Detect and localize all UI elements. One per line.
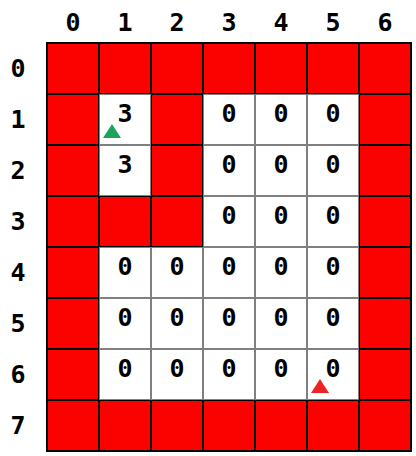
cell-value: 0: [325, 206, 340, 225]
gridworld-stage: { "game": "gridworld", "description": "7…: [0, 0, 416, 456]
column-label-0: 0: [47, 8, 99, 38]
cell-r3c5[interactable]: 0: [307, 196, 359, 247]
cell-value: 0: [169, 359, 184, 378]
cell-r7c5[interactable]: [307, 400, 359, 451]
cell-r2c0[interactable]: [47, 145, 99, 196]
cell-r7c1[interactable]: [99, 400, 151, 451]
cell-r5c0[interactable]: [47, 298, 99, 349]
cell-r5c3[interactable]: 0: [203, 298, 255, 349]
cell-r5c1[interactable]: 0: [99, 298, 151, 349]
cell-r3c3[interactable]: 0: [203, 196, 255, 247]
cell-r1c4[interactable]: 0: [255, 94, 307, 145]
green-triangle-icon: [103, 124, 121, 138]
cell-r4c1[interactable]: 0: [99, 247, 151, 298]
cell-r1c2[interactable]: [151, 94, 203, 145]
cell-r7c0[interactable]: [47, 400, 99, 451]
cell-r6c1[interactable]: 0: [99, 349, 151, 400]
cell-r1c6[interactable]: [359, 94, 411, 145]
cell-r1c1[interactable]: 3: [99, 94, 151, 145]
cell-value: 0: [221, 155, 236, 174]
row-label-3: 3: [0, 196, 36, 247]
cell-value: 0: [221, 257, 236, 276]
cell-r1c3[interactable]: 0: [203, 94, 255, 145]
cell-value: 0: [325, 155, 340, 174]
cell-r2c6[interactable]: [359, 145, 411, 196]
cell-value: 3: [117, 104, 132, 123]
cell-value: 0: [169, 257, 184, 276]
cell-r4c3[interactable]: 0: [203, 247, 255, 298]
cell-r1c5[interactable]: 0: [307, 94, 359, 145]
cell-value: 0: [273, 308, 288, 327]
cell-r3c6[interactable]: [359, 196, 411, 247]
cell-r7c2[interactable]: [151, 400, 203, 451]
cell-r2c3[interactable]: 0: [203, 145, 255, 196]
cell-r4c6[interactable]: [359, 247, 411, 298]
cell-r0c6[interactable]: [359, 43, 411, 94]
cell-r3c4[interactable]: 0: [255, 196, 307, 247]
column-label-5: 5: [307, 8, 359, 38]
column-label-3: 3: [203, 8, 255, 38]
row-label-2: 2: [0, 145, 36, 196]
cell-r6c0[interactable]: [47, 349, 99, 400]
cell-r6c2[interactable]: 0: [151, 349, 203, 400]
cell-value: 0: [325, 308, 340, 327]
cell-r4c4[interactable]: 0: [255, 247, 307, 298]
row-label-6: 6: [0, 349, 36, 400]
cell-r6c4[interactable]: 0: [255, 349, 307, 400]
cell-r5c2[interactable]: 0: [151, 298, 203, 349]
cell-value: 0: [221, 308, 236, 327]
cell-r1c0[interactable]: [47, 94, 99, 145]
cell-value: 0: [325, 359, 340, 378]
cell-r0c3[interactable]: [203, 43, 255, 94]
row-label-4: 4: [0, 247, 36, 298]
cell-r4c5[interactable]: 0: [307, 247, 359, 298]
cell-r2c2[interactable]: [151, 145, 203, 196]
cell-r3c0[interactable]: [47, 196, 99, 247]
cell-value: 0: [273, 206, 288, 225]
cell-value: 0: [273, 359, 288, 378]
column-label-6: 6: [359, 8, 411, 38]
cell-r5c6[interactable]: [359, 298, 411, 349]
cell-r6c5[interactable]: 0: [307, 349, 359, 400]
cell-r7c4[interactable]: [255, 400, 307, 451]
cell-r2c5[interactable]: 0: [307, 145, 359, 196]
cell-value: 0: [221, 206, 236, 225]
cell-value: 0: [273, 257, 288, 276]
cell-r6c3[interactable]: 0: [203, 349, 255, 400]
cell-value: 0: [221, 104, 236, 123]
cell-r2c4[interactable]: 0: [255, 145, 307, 196]
cell-value: 0: [169, 308, 184, 327]
cell-r0c4[interactable]: [255, 43, 307, 94]
cell-r5c5[interactable]: 0: [307, 298, 359, 349]
cell-r0c1[interactable]: [99, 43, 151, 94]
cell-value: 0: [117, 359, 132, 378]
row-label-1: 1: [0, 94, 36, 145]
cell-value: 0: [117, 257, 132, 276]
cell-r5c4[interactable]: 0: [255, 298, 307, 349]
red-triangle-icon: [311, 379, 329, 393]
cell-value: 0: [273, 155, 288, 174]
cell-value: 0: [325, 257, 340, 276]
cell-r7c3[interactable]: [203, 400, 255, 451]
cell-r2c1[interactable]: 3: [99, 145, 151, 196]
cell-value: 0: [221, 359, 236, 378]
column-label-1: 1: [99, 8, 151, 38]
board: 30003000000000000000000000: [46, 42, 412, 452]
row-label-7: 7: [0, 400, 36, 451]
cell-value: 3: [117, 155, 132, 174]
row-label-5: 5: [0, 298, 36, 349]
cell-r0c2[interactable]: [151, 43, 203, 94]
cell-r0c0[interactable]: [47, 43, 99, 94]
cell-value: 0: [273, 104, 288, 123]
cell-value: 0: [325, 104, 340, 123]
cell-value: 0: [117, 308, 132, 327]
cell-r7c6[interactable]: [359, 400, 411, 451]
cell-r3c2[interactable]: [151, 196, 203, 247]
cell-r3c1[interactable]: [99, 196, 151, 247]
row-label-0: 0: [0, 43, 36, 94]
cell-r4c0[interactable]: [47, 247, 99, 298]
cell-r6c6[interactable]: [359, 349, 411, 400]
cell-r0c5[interactable]: [307, 43, 359, 94]
column-label-4: 4: [255, 8, 307, 38]
cell-r4c2[interactable]: 0: [151, 247, 203, 298]
column-label-2: 2: [151, 8, 203, 38]
